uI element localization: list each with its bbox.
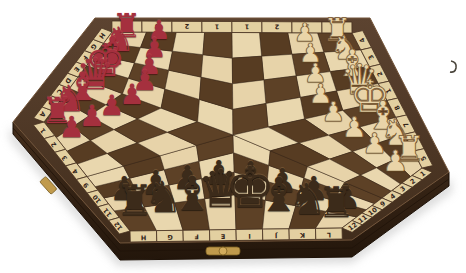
brass-latch-knob xyxy=(219,247,227,255)
board-cell xyxy=(262,54,297,80)
board-cell xyxy=(232,33,262,59)
board-cell xyxy=(203,32,232,58)
board-cell xyxy=(288,33,324,55)
board-cell xyxy=(173,32,205,54)
edge-label: 3 xyxy=(305,23,310,31)
board-cell xyxy=(232,56,263,84)
board-cell xyxy=(205,195,236,230)
edge-label: L xyxy=(327,231,331,239)
edge-label: F xyxy=(194,233,199,241)
edge-label: 2 xyxy=(185,22,190,30)
edge-label-strip: 43211234 xyxy=(112,21,352,33)
edge-label: J xyxy=(275,231,279,239)
edge-label: G xyxy=(167,233,172,241)
board-cell xyxy=(235,195,266,230)
edge-label: 3 xyxy=(155,22,160,30)
board-cell xyxy=(259,33,292,57)
edge-label: I xyxy=(248,232,251,240)
product-photo: HGFEIJKL123491011121234910111243211234AB… xyxy=(0,0,466,273)
edge-label: H xyxy=(141,233,147,241)
metal-hook xyxy=(450,61,456,72)
board-cell xyxy=(141,32,177,51)
edge-label: 1 xyxy=(244,22,249,30)
three-player-chess-board: HGFEIJKL123491011121234910111243211234AB… xyxy=(0,0,466,273)
edge-label: 4 xyxy=(334,23,339,31)
edge-label: 4 xyxy=(124,22,129,30)
edge-label: 1 xyxy=(214,22,219,30)
edge-label: 2 xyxy=(275,23,280,31)
edge-label: E xyxy=(221,232,226,240)
